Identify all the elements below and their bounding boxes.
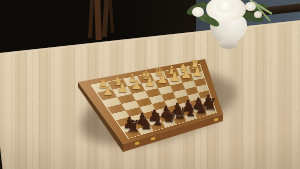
photo-scene: ♜♞♝♛♚♝♞♜♟♟♟♟♟♟♟♟♟♟♟♟♟♟♟♟♜♞♝♛♚♝♞♜ bbox=[0, 0, 300, 169]
board-square bbox=[205, 107, 217, 115]
